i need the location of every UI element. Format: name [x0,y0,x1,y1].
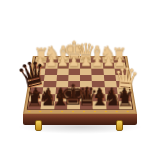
square-a8: ♜ [118,102,132,110]
square-h8: ♜ [28,102,42,110]
square-d8: ♛ [80,102,93,110]
square-c5 [92,81,104,88]
square-g8: ♞ [41,102,55,110]
square-f6 [55,88,68,95]
brass-clasp-left-icon [35,120,42,131]
chess-board: ♜♞♝♚♛♝♞♜♟♟♟♟♟♟♟♟♟♟♟♟♟♟♟♟♜♞♝♚♛♝♞♜ ♛ ♛ [23,56,137,114]
square-a7: ♟ [117,94,131,101]
square-d7: ♟ [80,94,93,101]
square-f3 [57,69,69,75]
square-d5 [80,81,92,88]
square-h7: ♟ [29,94,43,101]
square-c8: ♝ [93,102,106,110]
extra-white-queen: ♛ [112,63,141,94]
square-f5 [56,81,68,88]
chess-set-photo: ♜♞♝♚♛♝♞♜♟♟♟♟♟♟♟♟♟♟♟♟♟♟♟♟♜♞♝♚♛♝♞♜ ♛ ♛ [0,0,160,160]
square-c7: ♟ [92,94,105,101]
square-d3 [80,69,92,75]
brass-clasp-right-icon [116,120,123,131]
square-f8: ♝ [54,102,67,110]
square-b7: ♟ [105,94,118,101]
square-e5 [68,81,80,88]
square-c6 [92,88,105,95]
square-e7: ♟ [67,94,80,101]
square-e3 [68,69,80,75]
square-e8: ♚ [67,102,80,110]
square-g7: ♟ [42,94,55,101]
board-front-edge [23,114,137,125]
square-b8: ♞ [106,102,120,110]
square-f7: ♟ [54,94,67,101]
square-d6 [80,88,92,95]
brass-studs [27,110,133,112]
chess-scene: ♜♞♝♚♛♝♞♜♟♟♟♟♟♟♟♟♟♟♟♟♟♟♟♟♜♞♝♚♛♝♞♜ ♛ ♛ [23,10,137,158]
square-c3 [91,69,103,75]
square-e6 [68,88,80,95]
